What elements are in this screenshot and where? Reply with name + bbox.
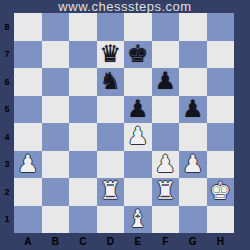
black-pawn: ♟ [182,96,204,124]
square-f3: ♟ [152,151,180,179]
square-h4 [207,123,235,151]
square-c3 [69,151,97,179]
square-c6 [69,68,97,96]
square-b5 [42,96,70,124]
square-g6 [179,68,207,96]
black-pawn: ♟ [154,68,176,96]
square-a3: ♟ [14,151,42,179]
square-e7: ♚ [124,41,152,69]
square-h6 [207,68,235,96]
square-b2 [42,178,70,206]
square-b6 [42,68,70,96]
square-d7: ♛ [97,41,125,69]
file-label-h: H [207,233,235,250]
rank-label-7: 7 [0,41,14,69]
white-rook: ♜ [99,178,121,206]
square-d5 [97,96,125,124]
white-pawn: ♟ [154,151,176,179]
square-e2 [124,178,152,206]
square-d4 [97,123,125,151]
square-g2 [179,178,207,206]
square-h3 [207,151,235,179]
square-g4 [179,123,207,151]
white-king: ♚ [209,178,231,206]
square-f4 [152,123,180,151]
square-a2 [14,178,42,206]
square-f2: ♜ [152,178,180,206]
black-pawn: ♟ [127,96,149,124]
site-header: www.chesssteps.com [0,0,250,13]
square-e5: ♟ [124,96,152,124]
white-pawn: ♟ [182,151,204,179]
square-f6: ♟ [152,68,180,96]
square-b8 [42,13,70,41]
file-label-d: D [97,233,125,250]
chess-diagram-frame: www.chesssteps.com 87654321 ♛♚♞♟♟♟♟♟♟♟♜♜… [0,0,250,250]
file-label-g: G [179,233,207,250]
square-d3 [97,151,125,179]
black-knight: ♞ [99,68,121,96]
black-queen: ♛ [99,41,121,69]
square-a5 [14,96,42,124]
square-f1 [152,206,180,234]
square-h5 [207,96,235,124]
rank-label-6: 6 [0,68,14,96]
square-f7 [152,41,180,69]
square-g5: ♟ [179,96,207,124]
square-h8 [207,13,235,41]
square-c4 [69,123,97,151]
square-c7 [69,41,97,69]
square-a1 [14,206,42,234]
rank-label-2: 2 [0,178,14,206]
square-b7 [42,41,70,69]
white-pawn: ♟ [127,123,149,151]
square-h1 [207,206,235,234]
square-d1 [97,206,125,234]
file-label-f: F [152,233,180,250]
file-label-b: B [42,233,70,250]
rank-labels: 87654321 [0,13,14,233]
rank-label-3: 3 [0,151,14,179]
square-a4 [14,123,42,151]
chess-board: ♛♚♞♟♟♟♟♟♟♟♜♜♚♝ [14,13,234,233]
square-b4 [42,123,70,151]
square-e6 [124,68,152,96]
square-d6: ♞ [97,68,125,96]
square-a8 [14,13,42,41]
file-label-a: A [14,233,42,250]
square-e4: ♟ [124,123,152,151]
white-rook: ♜ [154,178,176,206]
square-d8 [97,13,125,41]
black-king: ♚ [127,41,149,69]
square-c5 [69,96,97,124]
square-g7 [179,41,207,69]
square-f8 [152,13,180,41]
square-c1 [69,206,97,234]
rank-label-8: 8 [0,13,14,41]
square-f5 [152,96,180,124]
square-d2: ♜ [97,178,125,206]
file-labels: ABCDEFGH [14,233,250,250]
square-a7 [14,41,42,69]
white-bishop: ♝ [127,206,149,234]
square-c2 [69,178,97,206]
board-area: 87654321 ♛♚♞♟♟♟♟♟♟♟♜♜♚♝ [0,13,250,233]
square-g8 [179,13,207,41]
rank-label-5: 5 [0,96,14,124]
square-h2: ♚ [207,178,235,206]
white-pawn: ♟ [17,151,39,179]
square-b1 [42,206,70,234]
site-url-text: www.chesssteps.com [58,0,191,13]
file-label-c: C [69,233,97,250]
rank-label-4: 4 [0,123,14,151]
square-b3 [42,151,70,179]
rank-label-1: 1 [0,206,14,234]
square-e8 [124,13,152,41]
square-g1 [179,206,207,234]
square-c8 [69,13,97,41]
file-label-e: E [124,233,152,250]
square-h7 [207,41,235,69]
square-g3: ♟ [179,151,207,179]
square-e3 [124,151,152,179]
square-a6 [14,68,42,96]
square-e1: ♝ [124,206,152,234]
